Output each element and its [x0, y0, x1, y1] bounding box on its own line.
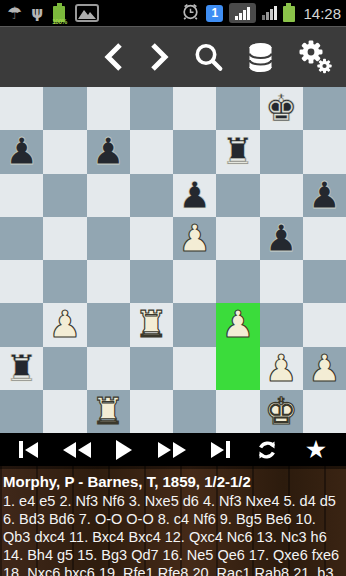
piece-white-pawn: ♟ — [48, 303, 81, 346]
square-h4[interactable] — [303, 260, 346, 303]
square-e4[interactable] — [173, 260, 216, 303]
square-e5[interactable]: ♟ — [173, 217, 216, 260]
square-a4[interactable] — [0, 260, 43, 303]
piece-black-rook: ♜ — [5, 347, 38, 390]
square-g8[interactable]: ♚ — [260, 87, 303, 130]
square-a5[interactable] — [0, 217, 43, 260]
piece-black-king: ♚ — [265, 87, 298, 130]
square-b5[interactable] — [43, 217, 86, 260]
square-h6[interactable]: ♟ — [303, 174, 346, 217]
square-g4[interactable] — [260, 260, 303, 303]
square-a7[interactable]: ♟ — [0, 130, 43, 173]
square-b6[interactable] — [43, 174, 86, 217]
square-c1[interactable]: ♜ — [87, 390, 130, 433]
piece-white-king: ♚ — [265, 390, 298, 433]
favorite-star-icon[interactable]: ★ — [305, 438, 327, 462]
piece-black-pawn: ♟ — [265, 217, 298, 260]
playback-controls: ★ — [0, 433, 346, 466]
chess-board: ♚♟♟♜♟♟♟♟♟♜♟♜♟♟♜♚ — [0, 87, 346, 433]
previous-chevron-icon[interactable] — [103, 41, 125, 73]
rewind-button[interactable] — [63, 438, 91, 462]
settings-gears-icon[interactable] — [297, 39, 333, 75]
piece-black-pawn: ♟ — [308, 174, 341, 217]
square-h5[interactable] — [303, 217, 346, 260]
piece-black-pawn: ♟ — [92, 130, 125, 173]
square-a2[interactable]: ♜ — [0, 347, 43, 390]
square-h8[interactable] — [303, 87, 346, 130]
game-title: Morphy, P - Barnes, T, 1859, 1/2-1/2 — [3, 471, 343, 492]
square-c2[interactable] — [87, 347, 130, 390]
gallery-icon — [75, 4, 99, 22]
square-d8[interactable] — [130, 87, 173, 130]
battery-percent-label: 100% — [52, 18, 67, 25]
square-g6[interactable] — [260, 174, 303, 217]
square-c4[interactable] — [87, 260, 130, 303]
square-d5[interactable] — [130, 217, 173, 260]
square-e6[interactable]: ♟ — [173, 174, 216, 217]
refresh-flip-icon[interactable] — [255, 438, 279, 462]
moves-line[interactable]: 1. e4 e5 2. Nf3 Nf6 3. Nxe5 d6 4. Nf3 Nx… — [3, 492, 343, 510]
square-f6[interactable] — [216, 174, 259, 217]
square-a6[interactable] — [0, 174, 43, 217]
usb-icon: ψ — [31, 6, 43, 21]
move-list: 1. e4 e5 2. Nf3 Nf6 3. Nxe5 d6 4. Nf3 Nx… — [3, 492, 343, 576]
square-h7[interactable] — [303, 130, 346, 173]
moves-line[interactable]: 6. Bd3 Bd6 7. O-O O-O 8. c4 Nf6 9. Bg5 B… — [3, 510, 343, 528]
square-c8[interactable] — [87, 87, 130, 130]
square-b7[interactable] — [43, 130, 86, 173]
square-c5[interactable] — [87, 217, 130, 260]
square-f8[interactable] — [216, 87, 259, 130]
square-d7[interactable] — [130, 130, 173, 173]
play-button[interactable] — [116, 438, 132, 462]
alarm-clock-icon — [181, 2, 200, 25]
moves-line[interactable]: 18. Nxc6 bxc6 19. Rfe1 Rfe8 20. Rac1 Rab… — [3, 564, 343, 576]
piece-white-rook: ♜ — [135, 303, 168, 346]
square-b4[interactable] — [43, 260, 86, 303]
moves-line[interactable]: 14. Bh4 g5 15. Bg3 Qd7 16. Ne5 Qe6 17. Q… — [3, 546, 343, 564]
square-b1[interactable] — [43, 390, 86, 433]
square-c3[interactable] — [87, 303, 130, 346]
square-b3[interactable]: ♟ — [43, 303, 86, 346]
piece-white-pawn: ♟ — [265, 347, 298, 390]
notification-badge: 1 — [206, 5, 223, 22]
piece-white-rook: ♜ — [92, 390, 125, 433]
square-e2[interactable] — [173, 347, 216, 390]
square-f1[interactable] — [216, 390, 259, 433]
next-chevron-icon[interactable] — [148, 41, 170, 73]
fast-forward-button[interactable] — [158, 438, 186, 462]
search-icon[interactable] — [193, 42, 224, 73]
skip-to-start-button[interactable] — [19, 438, 38, 462]
status-bar-right: 1 14:28 — [181, 2, 346, 25]
square-f2[interactable] — [216, 347, 259, 390]
piece-white-pawn: ♟ — [308, 347, 341, 390]
piece-black-pawn: ♟ — [5, 130, 38, 173]
square-g7[interactable] — [260, 130, 303, 173]
square-g5[interactable]: ♟ — [260, 217, 303, 260]
square-h3[interactable] — [303, 303, 346, 346]
square-f7[interactable]: ♜ — [216, 130, 259, 173]
square-f4[interactable] — [216, 260, 259, 303]
game-info-panel: Morphy, P - Barnes, T, 1859, 1/2-1/2 1. … — [0, 466, 346, 576]
square-g1[interactable]: ♚ — [260, 390, 303, 433]
piece-black-rook: ♜ — [221, 130, 254, 173]
square-d4[interactable] — [130, 260, 173, 303]
status-bar-left: ☂ ψ 100% — [0, 4, 99, 23]
square-e1[interactable] — [173, 390, 216, 433]
square-a8[interactable] — [0, 87, 43, 130]
moves-line[interactable]: Qb3 dxc4 11. Bxc4 Bxc4 12. Qxc4 Nc6 13. … — [3, 528, 343, 546]
square-h1[interactable] — [303, 390, 346, 433]
square-a3[interactable] — [0, 303, 43, 346]
skip-to-end-button[interactable] — [211, 438, 230, 462]
square-d6[interactable] — [130, 174, 173, 217]
square-e3[interactable] — [173, 303, 216, 346]
square-e7[interactable] — [173, 130, 216, 173]
umbrella-icon: ☂ — [7, 5, 22, 22]
square-b8[interactable] — [43, 87, 86, 130]
signal-box-icon — [229, 3, 256, 23]
square-c7[interactable]: ♟ — [87, 130, 130, 173]
piece-white-pawn: ♟ — [178, 217, 211, 260]
square-f5[interactable] — [216, 217, 259, 260]
square-d3[interactable]: ♜ — [130, 303, 173, 346]
piece-black-pawn: ♟ — [178, 174, 211, 217]
battery-icon: 100% — [52, 4, 66, 23]
square-e8[interactable] — [173, 87, 216, 130]
square-a1[interactable] — [0, 390, 43, 433]
signal-bars-icon — [262, 6, 277, 20]
clock-time: 14:28 — [303, 5, 341, 22]
square-b2[interactable] — [43, 347, 86, 390]
piece-white-pawn: ♟ — [221, 303, 254, 346]
status-bar: ☂ ψ 100% 1 14:28 — [0, 0, 346, 26]
square-g3[interactable] — [260, 303, 303, 346]
database-icon[interactable] — [247, 42, 274, 73]
square-c6[interactable] — [87, 174, 130, 217]
square-d2[interactable] — [130, 347, 173, 390]
square-g2[interactable]: ♟ — [260, 347, 303, 390]
square-d1[interactable] — [130, 390, 173, 433]
square-h2[interactable]: ♟ — [303, 347, 346, 390]
app-screen: ☂ ψ 100% 1 14:28 — [0, 0, 346, 576]
battery-icon-right — [283, 6, 295, 22]
toolbar — [0, 26, 346, 87]
square-f3[interactable]: ♟ — [216, 303, 259, 346]
